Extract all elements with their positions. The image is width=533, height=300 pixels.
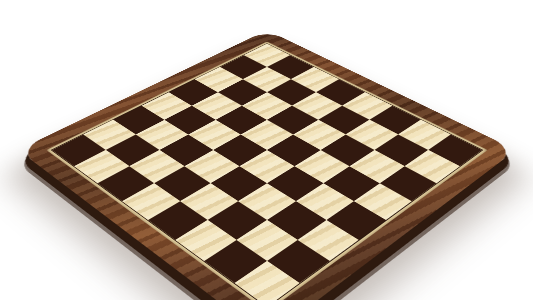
chessboard-frame: ♜♞♝♛♚♝♞♜♟♟♟♟♟♟♟♟♟♟♟♟♟♟♟♟♜♞♝♛♚♝♞♜ <box>18 30 516 300</box>
chess-set-photo: ♜♞♝♛♚♝♞♜♟♟♟♟♟♟♟♟♟♟♟♟♟♟♟♟♜♞♝♛♚♝♞♜ <box>0 0 533 300</box>
chessboard: ♜♞♝♛♚♝♞♜♟♟♟♟♟♟♟♟♟♟♟♟♟♟♟♟♜♞♝♛♚♝♞♜ <box>52 44 482 300</box>
board-maple-border: ♜♞♝♛♚♝♞♜♟♟♟♟♟♟♟♟♟♟♟♟♟♟♟♟♜♞♝♛♚♝♞♜ <box>46 41 487 300</box>
square-h8[interactable]: ♜ <box>428 135 482 167</box>
perspective-container: ♜♞♝♛♚♝♞♜♟♟♟♟♟♟♟♟♟♟♟♟♟♟♟♟♜♞♝♛♚♝♞♜ <box>0 0 533 300</box>
